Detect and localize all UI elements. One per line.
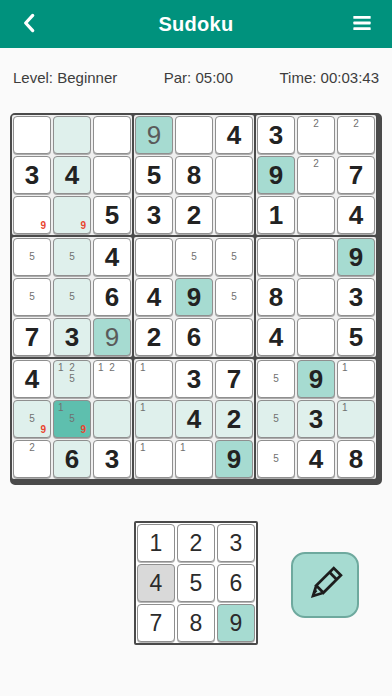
- pencil-slot-4: [299, 169, 310, 180]
- pencil-slot-1: 1: [95, 362, 106, 373]
- cell-r9c1[interactable]: 2: [13, 440, 51, 478]
- pencil-slot-4: [177, 453, 188, 464]
- pencil-marks: 5: [55, 240, 89, 274]
- pencil-slot-3: [240, 280, 251, 291]
- cell-r1c2[interactable]: [53, 116, 91, 154]
- given-digit: 4: [309, 446, 323, 472]
- pencil-slot-6: [118, 373, 129, 384]
- cell-r4c8[interactable]: [297, 238, 335, 276]
- pencil-slot-3: [362, 362, 373, 373]
- status-bar: Level: Beginner Par: 05:00 Time: 00:03:4…: [0, 48, 392, 86]
- cell-r2c3[interactable]: [93, 156, 131, 194]
- pencil-slot-6: [282, 453, 293, 464]
- given-digit: 9: [349, 244, 363, 270]
- pencil-slot-6: [38, 209, 49, 220]
- given-digit: 7: [25, 324, 39, 350]
- pencil-slot-1: [55, 240, 66, 251]
- pencil-slot-8: [66, 263, 77, 274]
- pencil-slot-6: [78, 291, 89, 302]
- cell-r3c2[interactable]: 9: [53, 196, 91, 234]
- pencil-slot-3: [240, 240, 251, 251]
- cell-r1c8[interactable]: 2: [297, 116, 335, 154]
- pencil-slot-2: [26, 240, 37, 251]
- pencil-slot-8: [106, 385, 117, 396]
- pencil-slot-3: [282, 362, 293, 373]
- cell-r9c8[interactable]: 4: [297, 440, 335, 478]
- pencil-slot-4: [137, 453, 148, 464]
- pencil-slot-4: [95, 373, 106, 384]
- pencil-slot-7: [299, 141, 310, 152]
- pencil-slot-3: [78, 198, 89, 209]
- numpad-digit: 5: [190, 572, 203, 595]
- pencil-slot-9: [78, 385, 89, 396]
- cell-r4c5[interactable]: 5: [175, 238, 213, 276]
- cell-r2c6[interactable]: [215, 156, 253, 194]
- pencil-slot-2: [66, 402, 77, 413]
- pencil-slot-3: [200, 442, 211, 453]
- pencil-slot-7: [339, 141, 350, 152]
- user-digit: 9: [105, 324, 119, 350]
- pencil-slot-6: [38, 413, 49, 424]
- pencil-slot-3: [38, 280, 49, 291]
- pencil-slot-1: [15, 240, 26, 251]
- pencil-slot-4: [339, 373, 350, 384]
- pencil-marks: 5: [259, 402, 293, 436]
- pencil-slot-3: [362, 118, 373, 129]
- box-4: 554556739: [12, 237, 132, 357]
- numpad-key-8[interactable]: 8: [177, 604, 215, 642]
- cell-r4c9[interactable]: 9: [337, 238, 375, 276]
- cell-r3c7[interactable]: 1: [257, 196, 295, 234]
- given-digit: 9: [227, 446, 241, 472]
- cell-r7c9[interactable]: 1: [337, 360, 375, 398]
- pencil-marks: 12: [95, 362, 129, 396]
- cell-r4c4[interactable]: [135, 238, 173, 276]
- pencil-marks: 2: [15, 442, 49, 476]
- given-digit: 3: [269, 122, 283, 148]
- given-digit: 4: [147, 284, 161, 310]
- numpad-key-6[interactable]: 6: [217, 564, 255, 602]
- pencil-slot-6: [78, 413, 89, 424]
- given-digit: 6: [187, 324, 201, 350]
- pencil-slot-3: [118, 362, 129, 373]
- cell-r5c2[interactable]: 5: [53, 278, 91, 316]
- pencil-slot-8: [26, 221, 37, 232]
- cell-r5c3[interactable]: 6: [93, 278, 131, 316]
- pencil-slot-1: 1: [177, 442, 188, 453]
- pencil-slot-8: [148, 465, 159, 476]
- cell-r2c2[interactable]: 4: [53, 156, 91, 194]
- pencil-slot-5: [148, 413, 159, 424]
- box-6: 98345: [256, 237, 376, 357]
- given-digit: 4: [187, 406, 201, 432]
- pencil-slot-7: [55, 221, 66, 232]
- given-digit: 2: [147, 324, 161, 350]
- pencil-slot-4: [137, 373, 148, 384]
- cell-r9c7[interactable]: 5: [257, 440, 295, 478]
- cell-r7c5[interactable]: 3: [175, 360, 213, 398]
- cell-r6c4[interactable]: 2: [135, 318, 173, 356]
- pencil-slot-8: [148, 425, 159, 436]
- pencil-slot-8: [270, 425, 281, 436]
- cell-r1c7[interactable]: 3: [257, 116, 295, 154]
- numpad-key-9[interactable]: 9: [217, 604, 255, 642]
- pencil-slot-2: 2: [26, 442, 37, 453]
- numpad-key-4[interactable]: 4: [137, 564, 175, 602]
- cell-r1c4[interactable]: 9: [135, 116, 173, 154]
- pencil-marks: 1: [137, 442, 171, 476]
- pencil-slot-5: [188, 453, 199, 464]
- cell-r8c6[interactable]: 2: [215, 400, 253, 438]
- pencil-slot-7: [137, 465, 148, 476]
- pencil-slot-8: [26, 263, 37, 274]
- cell-r8c8[interactable]: 3: [297, 400, 335, 438]
- given-digit: 3: [309, 406, 323, 432]
- cell-r6c7[interactable]: 4: [257, 318, 295, 356]
- pencil-slot-6: [78, 373, 89, 384]
- pencil-slot-5: [148, 453, 159, 464]
- pencil-slot-4: [259, 413, 270, 424]
- back-button[interactable]: [8, 2, 52, 46]
- cell-r3c4[interactable]: 3: [135, 196, 173, 234]
- pencil-slot-4: [259, 373, 270, 384]
- cell-r2c7[interactable]: 9: [257, 156, 295, 194]
- pencil-slot-1: [259, 362, 270, 373]
- pencil-slot-9: [38, 303, 49, 314]
- numpad-key-7[interactable]: 7: [137, 604, 175, 642]
- pencil-slot-7: [15, 221, 26, 232]
- pencil-slot-7: [55, 385, 66, 396]
- pencil-slot-2: 2: [310, 158, 321, 169]
- numpad-digit: 1: [150, 532, 163, 555]
- numpad-digit: 2: [190, 532, 203, 555]
- pencil-slot-9: [282, 465, 293, 476]
- pencil-slot-5: [350, 129, 361, 140]
- cell-r5c6[interactable]: 5: [215, 278, 253, 316]
- cell-r3c9[interactable]: 4: [337, 196, 375, 234]
- pencil-marks: 9: [15, 198, 49, 232]
- pencil-slot-7: [339, 425, 350, 436]
- pencil-marks: 159: [55, 402, 89, 436]
- pencil-slot-6: [160, 373, 171, 384]
- cell-r6c3[interactable]: 9: [93, 318, 131, 356]
- pencil-slot-8: [350, 141, 361, 152]
- pencil-slot-3: [362, 402, 373, 413]
- pencil-slot-1: [339, 118, 350, 129]
- pencil-slot-4: [55, 373, 66, 384]
- pencil-slot-7: [217, 303, 228, 314]
- given-digit: 8: [269, 284, 283, 310]
- pencil-slot-8: [188, 263, 199, 274]
- pencil-marks: 59: [15, 402, 49, 436]
- numpad-digit: 7: [150, 612, 163, 635]
- cell-r1c1[interactable]: [13, 116, 51, 154]
- pencil-slot-4: [339, 129, 350, 140]
- numpad-key-2[interactable]: 2: [177, 524, 215, 562]
- cell-r8c3[interactable]: [93, 400, 131, 438]
- pencil-slot-5: 5: [66, 373, 77, 384]
- pencil-slot-1: [15, 280, 26, 291]
- pencil-slot-5: 5: [66, 251, 77, 262]
- cell-r7c6[interactable]: 7: [215, 360, 253, 398]
- bottom-controls: 123456789: [0, 521, 392, 661]
- pencil-slot-9: [160, 465, 171, 476]
- pencil-slot-1: [55, 198, 66, 209]
- pencil-slot-6: [240, 251, 251, 262]
- given-digit: 9: [309, 366, 323, 392]
- numpad-key-5[interactable]: 5: [177, 564, 215, 602]
- cell-r1c6[interactable]: 4: [215, 116, 253, 154]
- numpad-digit: 9: [230, 612, 243, 635]
- cell-r3c3[interactable]: 5: [93, 196, 131, 234]
- pencil-slot-6: [160, 413, 171, 424]
- pencil-marks: 5: [217, 280, 251, 314]
- pencil-slot-9: [362, 385, 373, 396]
- pencil-slot-3: [200, 240, 211, 251]
- pencil-slot-7: [15, 303, 26, 314]
- pencil-slot-5: [148, 373, 159, 384]
- pencil-slot-1: [217, 280, 228, 291]
- pencil-slot-7: [177, 263, 188, 274]
- cell-r7c3[interactable]: 12: [93, 360, 131, 398]
- pencil-slot-5: 5: [270, 373, 281, 384]
- pencil-slot-5: [26, 209, 37, 220]
- pencil-slot-9: 9: [78, 425, 89, 436]
- pencil-slot-9: [282, 385, 293, 396]
- pencil-slot-8: [350, 385, 361, 396]
- board: 3499594583232292714554556739554952698345…: [10, 113, 382, 485]
- pencil-slot-9: [322, 141, 333, 152]
- pencil-slot-5: 5: [66, 291, 77, 302]
- cell-r9c6[interactable]: 9: [215, 440, 253, 478]
- given-digit: 4: [227, 122, 241, 148]
- pencil-slot-7: [137, 385, 148, 396]
- cell-r5c9[interactable]: 3: [337, 278, 375, 316]
- cell-r8c4[interactable]: 1: [135, 400, 173, 438]
- pencil-marks: 5: [15, 280, 49, 314]
- box-7: 41251259159263: [12, 359, 132, 479]
- cell-r8c9[interactable]: 1: [337, 400, 375, 438]
- cell-r1c5[interactable]: [175, 116, 213, 154]
- pencil-slot-4: [15, 251, 26, 262]
- pencil-slot-4: [217, 291, 228, 302]
- pencil-slot-9: [118, 385, 129, 396]
- time-label: Time: 00:03:43: [280, 69, 380, 86]
- given-digit: 3: [105, 446, 119, 472]
- pencil-slot-4: [55, 251, 66, 262]
- cell-r3c1[interactable]: 9: [13, 196, 51, 234]
- cell-r3c8[interactable]: [297, 196, 335, 234]
- pencil-slot-8: [66, 303, 77, 314]
- pencil-slot-9: [322, 181, 333, 192]
- cell-r7c4[interactable]: 1: [135, 360, 173, 398]
- box-5: 5549526: [134, 237, 254, 357]
- pencil-slot-1: 1: [55, 402, 66, 413]
- pencil-slot-9: [38, 263, 49, 274]
- pencil-slot-6: [200, 251, 211, 262]
- given-digit: 8: [187, 162, 201, 188]
- pencil-slot-2: [148, 442, 159, 453]
- pencil-slot-5: 5: [270, 453, 281, 464]
- pencil-slot-5: 5: [270, 413, 281, 424]
- cell-r6c1[interactable]: 7: [13, 318, 51, 356]
- given-digit: 6: [65, 446, 79, 472]
- cell-r4c3[interactable]: 4: [93, 238, 131, 276]
- pencil-slot-1: [259, 442, 270, 453]
- pencil-slot-9: 9: [38, 221, 49, 232]
- cell-r2c8[interactable]: 2: [297, 156, 335, 194]
- cell-r9c2[interactable]: 6: [53, 440, 91, 478]
- cell-r2c5[interactable]: 8: [175, 156, 213, 194]
- cell-r2c4[interactable]: 5: [135, 156, 173, 194]
- cell-r6c9[interactable]: 5: [337, 318, 375, 356]
- cell-r7c8[interactable]: 9: [297, 360, 335, 398]
- pencil-slot-9: [78, 303, 89, 314]
- cell-r8c2[interactable]: 159: [53, 400, 91, 438]
- pencil-slot-7: [299, 181, 310, 192]
- numpad-digit: 6: [230, 572, 243, 595]
- pencil-slot-3: [78, 362, 89, 373]
- cell-r4c1[interactable]: 5: [13, 238, 51, 276]
- pencil-slot-3: [282, 442, 293, 453]
- cell-r6c5[interactable]: 6: [175, 318, 213, 356]
- pencil-slot-6: [362, 129, 373, 140]
- pencil-slot-6: [38, 291, 49, 302]
- pencil-slot-8: [228, 303, 239, 314]
- pencil-slot-4: [177, 251, 188, 262]
- cell-r5c4[interactable]: 4: [135, 278, 173, 316]
- pencil-slot-2: [270, 442, 281, 453]
- pencil-slot-7: [339, 385, 350, 396]
- given-digit: 3: [25, 162, 39, 188]
- cell-r4c2[interactable]: 5: [53, 238, 91, 276]
- pencil-slot-6: [78, 209, 89, 220]
- pencil-marks: 5: [217, 240, 251, 274]
- pencil-slot-2: [228, 240, 239, 251]
- pencil-slot-4: [217, 251, 228, 262]
- pencil-marks: 5: [259, 362, 293, 396]
- pencil-slot-9: [160, 385, 171, 396]
- given-digit: 4: [269, 324, 283, 350]
- numpad-digit: 4: [150, 572, 163, 595]
- pencil-slot-5: [26, 453, 37, 464]
- cell-r2c9[interactable]: 7: [337, 156, 375, 194]
- pencil-slot-8: [350, 425, 361, 436]
- cell-r9c3[interactable]: 3: [93, 440, 131, 478]
- pencil-slot-8: [66, 425, 77, 436]
- pencil-slot-1: [217, 240, 228, 251]
- box-1: 34995: [12, 115, 132, 235]
- pencil-slot-1: 1: [339, 402, 350, 413]
- pencil-slot-4: [15, 453, 26, 464]
- pencil-slot-2: [26, 402, 37, 413]
- pencil-slot-9: 9: [78, 221, 89, 232]
- cell-r7c2[interactable]: 125: [53, 360, 91, 398]
- pencil-slot-5: 5: [26, 291, 37, 302]
- pencil-slot-8: [270, 385, 281, 396]
- given-digit: 4: [105, 244, 119, 270]
- cell-r5c7[interactable]: 8: [257, 278, 295, 316]
- pencil-slot-9: [362, 141, 373, 152]
- pencil-slot-6: [282, 413, 293, 424]
- pencil-slot-6: [322, 169, 333, 180]
- given-digit: 9: [269, 162, 283, 188]
- menu-button[interactable]: [340, 2, 384, 46]
- pencil-slot-2: 2: [350, 118, 361, 129]
- cell-r9c9[interactable]: 8: [337, 440, 375, 478]
- numpad-key-3[interactable]: 3: [217, 524, 255, 562]
- cell-r8c1[interactable]: 59: [13, 400, 51, 438]
- cell-r7c1[interactable]: 4: [13, 360, 51, 398]
- pencil-slot-4: [339, 413, 350, 424]
- pencil-slot-5: 5: [188, 251, 199, 262]
- pencil-slot-9: [160, 425, 171, 436]
- pencil-slot-2: [188, 442, 199, 453]
- cell-r6c8[interactable]: [297, 318, 335, 356]
- pencil-slot-2: 2: [310, 118, 321, 129]
- cell-r5c8[interactable]: [297, 278, 335, 316]
- given-digit: 1: [269, 202, 283, 228]
- cell-r7c7[interactable]: 5: [257, 360, 295, 398]
- page-title: Sudoku: [158, 13, 233, 36]
- pencil-slot-4: [299, 129, 310, 140]
- pencil-slot-6: [322, 129, 333, 140]
- cell-r4c6[interactable]: 5: [215, 238, 253, 276]
- pencil-slot-1: [299, 158, 310, 169]
- pencil-slot-7: [15, 465, 26, 476]
- pencil-slot-4: [15, 291, 26, 302]
- pencil-slot-7: [217, 263, 228, 274]
- cell-r8c5[interactable]: 4: [175, 400, 213, 438]
- cell-r9c5[interactable]: 1: [175, 440, 213, 478]
- pencil-slot-8: [26, 303, 37, 314]
- pencil-slot-9: 9: [38, 425, 49, 436]
- pencil-marks: 1: [339, 402, 373, 436]
- pencil-marks: 5: [177, 240, 211, 274]
- pencil-slot-7: [177, 465, 188, 476]
- pencil-slot-1: [177, 240, 188, 251]
- cell-r3c5[interactable]: 2: [175, 196, 213, 234]
- cell-r3c6[interactable]: [215, 196, 253, 234]
- pencil-marks: 2: [339, 118, 373, 152]
- pencil-slot-4: [55, 291, 66, 302]
- cell-r6c6[interactable]: [215, 318, 253, 356]
- pencil-slot-9: [78, 263, 89, 274]
- pencil-slot-8: [66, 385, 77, 396]
- pencil-slot-7: [259, 425, 270, 436]
- cell-r5c5[interactable]: 9: [175, 278, 213, 316]
- cell-r1c3[interactable]: [93, 116, 131, 154]
- pencil-slot-3: [78, 402, 89, 413]
- pencil-slot-1: 1: [55, 362, 66, 373]
- pencil-slot-1: [15, 402, 26, 413]
- pencil-slot-4: [137, 413, 148, 424]
- given-digit: 2: [187, 202, 201, 228]
- box-2: 945832: [134, 115, 254, 235]
- cell-r4c7[interactable]: [257, 238, 295, 276]
- cell-r9c4[interactable]: 1: [135, 440, 173, 478]
- cell-r8c7[interactable]: 5: [257, 400, 295, 438]
- numpad-key-1[interactable]: 1: [137, 524, 175, 562]
- cell-r1c9[interactable]: 2: [337, 116, 375, 154]
- cell-r2c1[interactable]: 3: [13, 156, 51, 194]
- box-3: 32292714: [256, 115, 376, 235]
- pencil-mode-button[interactable]: [291, 552, 359, 618]
- chevron-left-icon: [17, 10, 43, 39]
- cell-r6c2[interactable]: 3: [53, 318, 91, 356]
- pencil-slot-2: [66, 198, 77, 209]
- cell-r5c1[interactable]: 5: [13, 278, 51, 316]
